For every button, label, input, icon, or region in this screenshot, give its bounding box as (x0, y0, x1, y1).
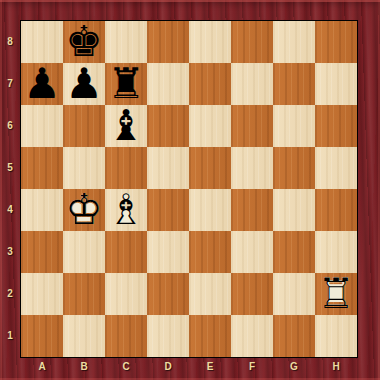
square-h5[interactable] (315, 147, 357, 189)
rank-label-7: 7 (0, 63, 20, 105)
square-g7[interactable] (273, 63, 315, 105)
square-h2[interactable]: ♜♖ (315, 273, 357, 315)
file-label-e: E (189, 357, 231, 377)
square-c3[interactable] (105, 231, 147, 273)
square-f4[interactable] (231, 189, 273, 231)
file-label-c: C (105, 357, 147, 377)
square-c6[interactable]: ♝ (105, 105, 147, 147)
square-e4[interactable] (189, 189, 231, 231)
square-f7[interactable] (231, 63, 273, 105)
square-d3[interactable] (147, 231, 189, 273)
square-d4[interactable] (147, 189, 189, 231)
file-label-h: H (315, 357, 357, 377)
square-b4[interactable]: ♚♔ (63, 189, 105, 231)
piece-black-rook[interactable]: ♜ (105, 63, 147, 105)
square-e2[interactable] (189, 273, 231, 315)
square-d1[interactable] (147, 315, 189, 357)
board-frame: ♚♟♟♜♝♚♔♝♗♜♖ ABCDEFGH 87654321 (0, 0, 380, 380)
square-c5[interactable] (105, 147, 147, 189)
square-e6[interactable] (189, 105, 231, 147)
square-a3[interactable] (21, 231, 63, 273)
square-d6[interactable] (147, 105, 189, 147)
square-g5[interactable] (273, 147, 315, 189)
square-b3[interactable] (63, 231, 105, 273)
square-d7[interactable] (147, 63, 189, 105)
file-label-g: G (273, 357, 315, 377)
square-c7[interactable]: ♜ (105, 63, 147, 105)
square-a1[interactable] (21, 315, 63, 357)
file-label-b: B (63, 357, 105, 377)
square-b8[interactable]: ♚ (63, 21, 105, 63)
square-g4[interactable] (273, 189, 315, 231)
square-g3[interactable] (273, 231, 315, 273)
piece-white-rook[interactable]: ♜♖ (315, 273, 357, 315)
square-h6[interactable] (315, 105, 357, 147)
rank-label-2: 2 (0, 273, 20, 315)
square-b5[interactable] (63, 147, 105, 189)
piece-glyph: ♜ (105, 63, 147, 105)
square-f8[interactable] (231, 21, 273, 63)
square-e3[interactable] (189, 231, 231, 273)
rank-label-8: 8 (0, 21, 20, 63)
square-a7[interactable]: ♟ (21, 63, 63, 105)
square-d8[interactable] (147, 21, 189, 63)
square-c8[interactable] (105, 21, 147, 63)
piece-outline: ♖ (315, 273, 357, 315)
square-f6[interactable] (231, 105, 273, 147)
piece-black-pawn[interactable]: ♟ (21, 63, 63, 105)
square-f3[interactable] (231, 231, 273, 273)
piece-outline: ♔ (63, 189, 105, 231)
square-a5[interactable] (21, 147, 63, 189)
piece-glyph: ♟ (21, 63, 63, 105)
piece-black-king[interactable]: ♚ (63, 21, 105, 63)
square-c2[interactable] (105, 273, 147, 315)
square-e1[interactable] (189, 315, 231, 357)
square-b6[interactable] (63, 105, 105, 147)
file-label-a: A (21, 357, 63, 377)
rank-label-3: 3 (0, 231, 20, 273)
file-label-d: D (147, 357, 189, 377)
square-c1[interactable] (105, 315, 147, 357)
rank-label-5: 5 (0, 147, 20, 189)
piece-glyph: ♝ (105, 105, 147, 147)
file-label-f: F (231, 357, 273, 377)
piece-outline: ♗ (105, 189, 147, 231)
piece-glyph: ♟ (63, 63, 105, 105)
piece-black-bishop[interactable]: ♝ (105, 105, 147, 147)
square-d5[interactable] (147, 147, 189, 189)
chessboard: ♚♟♟♜♝♚♔♝♗♜♖ (20, 20, 358, 358)
rank-label-1: 1 (0, 315, 20, 357)
square-a6[interactable] (21, 105, 63, 147)
square-h1[interactable] (315, 315, 357, 357)
square-h8[interactable] (315, 21, 357, 63)
square-f1[interactable] (231, 315, 273, 357)
piece-black-pawn[interactable]: ♟ (63, 63, 105, 105)
square-a2[interactable] (21, 273, 63, 315)
square-g6[interactable] (273, 105, 315, 147)
square-d2[interactable] (147, 273, 189, 315)
square-b2[interactable] (63, 273, 105, 315)
square-h4[interactable] (315, 189, 357, 231)
square-e8[interactable] (189, 21, 231, 63)
square-b1[interactable] (63, 315, 105, 357)
square-f2[interactable] (231, 273, 273, 315)
rank-label-6: 6 (0, 105, 20, 147)
piece-white-bishop[interactable]: ♝♗ (105, 189, 147, 231)
square-h7[interactable] (315, 63, 357, 105)
square-h3[interactable] (315, 231, 357, 273)
square-g8[interactable] (273, 21, 315, 63)
square-a8[interactable] (21, 21, 63, 63)
square-e5[interactable] (189, 147, 231, 189)
piece-white-king[interactable]: ♚♔ (63, 189, 105, 231)
square-f5[interactable] (231, 147, 273, 189)
square-e7[interactable] (189, 63, 231, 105)
rank-label-4: 4 (0, 189, 20, 231)
square-g2[interactable] (273, 273, 315, 315)
square-g1[interactable] (273, 315, 315, 357)
square-a4[interactable] (21, 189, 63, 231)
piece-glyph: ♚ (63, 21, 105, 63)
square-c4[interactable]: ♝♗ (105, 189, 147, 231)
square-b7[interactable]: ♟ (63, 63, 105, 105)
